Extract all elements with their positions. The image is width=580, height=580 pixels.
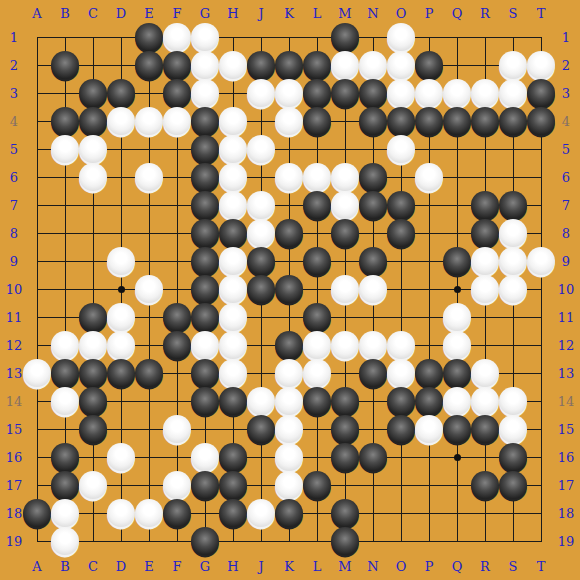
row-label-right: 19	[553, 532, 579, 551]
intersection-E19[interactable]	[135, 527, 163, 555]
white-stone-R10: ●	[471, 275, 499, 303]
intersection-K8[interactable]: ●	[275, 219, 303, 247]
col-label-bottom: D	[107, 557, 135, 576]
black-stone-L17: ●	[303, 471, 331, 499]
intersection-E13[interactable]: ●	[135, 359, 163, 387]
intersection-T5[interactable]	[527, 135, 555, 163]
black-stone-G14: ●	[191, 387, 219, 415]
col-label-top: B	[51, 4, 79, 23]
white-stone-S10: ●	[499, 275, 527, 303]
intersection-F15[interactable]: ●	[163, 415, 191, 443]
intersection-P19[interactable]	[415, 527, 443, 555]
white-stone-D16: ●	[107, 443, 135, 471]
row-label-right: 15	[553, 420, 579, 439]
row-label-right: 1	[553, 28, 579, 47]
intersection-E4[interactable]: ●	[135, 107, 163, 135]
intersection-A19[interactable]	[23, 527, 51, 555]
intersection-S5[interactable]	[499, 135, 527, 163]
col-label-bottom: S	[499, 557, 527, 576]
black-stone-D13: ●	[107, 359, 135, 387]
row-label-right: 16	[553, 448, 579, 467]
black-stone-M8: ●	[331, 219, 359, 247]
intersection-D6[interactable]	[107, 163, 135, 191]
black-stone-E2: ●	[135, 51, 163, 79]
intersection-J5[interactable]: ●	[247, 135, 275, 163]
black-stone-L4: ●	[303, 107, 331, 135]
col-label-top: N	[359, 4, 387, 23]
intersection-L4[interactable]: ●	[303, 107, 331, 135]
row-label-right: 11	[553, 308, 579, 327]
black-stone-K10: ●	[275, 275, 303, 303]
col-label-bottom: Q	[443, 557, 471, 576]
intersection-B14[interactable]: ●	[51, 387, 79, 415]
intersection-O19[interactable]	[387, 527, 415, 555]
intersection-F8[interactable]	[163, 219, 191, 247]
intersection-Q1[interactable]	[443, 23, 471, 51]
intersection-A8[interactable]	[23, 219, 51, 247]
black-stone-H14: ●	[219, 387, 247, 415]
col-label-bottom: N	[359, 557, 387, 576]
intersection-H2[interactable]: ●	[219, 51, 247, 79]
black-stone-F18: ●	[163, 499, 191, 527]
intersection-K19[interactable]	[275, 527, 303, 555]
col-label-bottom: L	[303, 557, 331, 576]
intersection-L7[interactable]: ●	[303, 191, 331, 219]
intersection-F12[interactable]: ●	[163, 331, 191, 359]
row-label-right: 12	[553, 336, 579, 355]
row-label-right: 6	[553, 168, 579, 187]
intersection-B2[interactable]: ●	[51, 51, 79, 79]
row-label-right: 2	[553, 56, 579, 75]
col-label-top: A	[23, 4, 51, 23]
intersection-P11[interactable]	[415, 303, 443, 331]
intersection-A7[interactable]	[23, 191, 51, 219]
intersection-F19[interactable]	[163, 527, 191, 555]
row-label-right: 14	[553, 392, 579, 411]
intersection-S19[interactable]	[499, 527, 527, 555]
black-stone-G19: ●	[191, 527, 219, 555]
intersection-P4[interactable]: ●	[415, 107, 443, 135]
white-stone-B19: ●	[51, 527, 79, 555]
intersection-N16[interactable]: ●	[359, 443, 387, 471]
col-label-bottom: F	[163, 557, 191, 576]
white-stone-D18: ●	[107, 499, 135, 527]
white-stone-B14: ●	[51, 387, 79, 415]
intersection-N19[interactable]	[359, 527, 387, 555]
intersection-M8[interactable]: ●	[331, 219, 359, 247]
intersection-O18[interactable]	[387, 499, 415, 527]
intersection-D4[interactable]: ●	[107, 107, 135, 135]
go-board: AA11BB22CC33DD44EE55FF66GG77HH88JJ99KK10…	[0, 0, 580, 580]
intersection-S17[interactable]: ●	[499, 471, 527, 499]
intersection-M3[interactable]: ●	[331, 79, 359, 107]
intersection-P10[interactable]	[415, 275, 443, 303]
white-stone-E10: ●	[135, 275, 163, 303]
intersection-S4[interactable]: ●	[499, 107, 527, 135]
black-stone-H18: ●	[219, 499, 247, 527]
intersection-R1[interactable]	[471, 23, 499, 51]
white-stone-M10: ●	[331, 275, 359, 303]
intersection-A11[interactable]	[23, 303, 51, 331]
intersection-K6[interactable]: ●	[275, 163, 303, 191]
intersection-F7[interactable]	[163, 191, 191, 219]
intersection-K4[interactable]: ●	[275, 107, 303, 135]
intersection-D13[interactable]: ●	[107, 359, 135, 387]
intersection-J3[interactable]: ●	[247, 79, 275, 107]
white-stone-P6: ●	[415, 163, 443, 191]
intersection-G17[interactable]: ●	[191, 471, 219, 499]
intersection-G19[interactable]: ●	[191, 527, 219, 555]
white-stone-E6: ●	[135, 163, 163, 191]
white-stone-J18: ●	[247, 499, 275, 527]
black-stone-L7: ●	[303, 191, 331, 219]
black-stone-S4: ●	[499, 107, 527, 135]
intersection-D9[interactable]: ●	[107, 247, 135, 275]
black-stone-G17: ●	[191, 471, 219, 499]
col-label-top: Q	[443, 4, 471, 23]
intersection-P16[interactable]	[415, 443, 443, 471]
intersection-B10[interactable]	[51, 275, 79, 303]
intersection-C8[interactable]	[79, 219, 107, 247]
intersection-E16[interactable]	[135, 443, 163, 471]
row-label-right: 17	[553, 476, 579, 495]
col-label-bottom: K	[275, 557, 303, 576]
black-stone-Q9: ●	[443, 247, 471, 275]
intersection-N18[interactable]	[359, 499, 387, 527]
black-stone-P4: ●	[415, 107, 443, 135]
black-stone-O15: ●	[387, 415, 415, 443]
black-stone-K18: ●	[275, 499, 303, 527]
col-label-bottom: T	[527, 557, 555, 576]
intersection-T18[interactable]	[527, 499, 555, 527]
intersection-A1[interactable]	[23, 23, 51, 51]
col-label-top: C	[79, 4, 107, 23]
intersection-R4[interactable]: ●	[471, 107, 499, 135]
black-stone-C15: ●	[79, 415, 107, 443]
intersection-O17[interactable]	[387, 471, 415, 499]
intersection-D19[interactable]	[107, 527, 135, 555]
intersection-A10[interactable]	[23, 275, 51, 303]
intersection-P9[interactable]	[415, 247, 443, 275]
col-label-top: J	[247, 4, 275, 23]
black-stone-M16: ●	[331, 443, 359, 471]
intersection-D5[interactable]	[107, 135, 135, 163]
intersection-O9[interactable]	[387, 247, 415, 275]
black-stone-Q4: ●	[443, 107, 471, 135]
intersection-J19[interactable]	[247, 527, 275, 555]
intersection-D7[interactable]	[107, 191, 135, 219]
intersection-F5[interactable]	[163, 135, 191, 163]
intersection-A14[interactable]	[23, 387, 51, 415]
intersection-P7[interactable]	[415, 191, 443, 219]
intersection-L9[interactable]: ●	[303, 247, 331, 275]
black-stone-R15: ●	[471, 415, 499, 443]
white-stone-E18: ●	[135, 499, 163, 527]
intersection-E2[interactable]: ●	[135, 51, 163, 79]
intersection-T19[interactable]	[527, 527, 555, 555]
intersection-Q9[interactable]: ●	[443, 247, 471, 275]
col-label-bottom: E	[135, 557, 163, 576]
intersection-T17[interactable]	[527, 471, 555, 499]
intersection-H19[interactable]	[219, 527, 247, 555]
intersection-P6[interactable]: ●	[415, 163, 443, 191]
intersection-N7[interactable]: ●	[359, 191, 387, 219]
intersection-A4[interactable]	[23, 107, 51, 135]
intersection-K10[interactable]: ●	[275, 275, 303, 303]
black-stone-A18: ●	[23, 499, 51, 527]
intersection-M19[interactable]: ●	[331, 527, 359, 555]
row-label-right: 8	[553, 224, 579, 243]
intersection-M16[interactable]: ●	[331, 443, 359, 471]
black-stone-N4: ●	[359, 107, 387, 135]
intersection-E11[interactable]	[135, 303, 163, 331]
intersection-G14[interactable]: ●	[191, 387, 219, 415]
intersection-N4[interactable]: ●	[359, 107, 387, 135]
intersection-T14[interactable]	[527, 387, 555, 415]
intersection-R5[interactable]	[471, 135, 499, 163]
intersection-J16[interactable]	[247, 443, 275, 471]
white-stone-H2: ●	[219, 51, 247, 79]
black-stone-R17: ●	[471, 471, 499, 499]
col-label-bottom: P	[415, 557, 443, 576]
black-stone-F12: ●	[163, 331, 191, 359]
black-stone-J10: ●	[247, 275, 275, 303]
intersection-R18[interactable]	[471, 499, 499, 527]
intersection-J12[interactable]	[247, 331, 275, 359]
white-stone-A13: ●	[23, 359, 51, 387]
black-stone-M19: ●	[331, 527, 359, 555]
intersection-N10[interactable]: ●	[359, 275, 387, 303]
intersection-A3[interactable]	[23, 79, 51, 107]
intersection-R19[interactable]	[471, 527, 499, 555]
intersection-M4[interactable]	[331, 107, 359, 135]
intersection-A15[interactable]	[23, 415, 51, 443]
intersection-A13[interactable]: ●	[23, 359, 51, 387]
row-label-right: 10	[553, 280, 579, 299]
intersection-H14[interactable]: ●	[219, 387, 247, 415]
black-stone-N16: ●	[359, 443, 387, 471]
intersection-E7[interactable]	[135, 191, 163, 219]
intersection-Q6[interactable]	[443, 163, 471, 191]
black-stone-T4: ●	[527, 107, 555, 135]
intersection-F6[interactable]	[163, 163, 191, 191]
col-label-top: P	[415, 4, 443, 23]
white-stone-D4: ●	[107, 107, 135, 135]
intersection-D18[interactable]: ●	[107, 499, 135, 527]
intersection-C17[interactable]: ●	[79, 471, 107, 499]
intersection-E6[interactable]: ●	[135, 163, 163, 191]
intersection-P8[interactable]	[415, 219, 443, 247]
intersection-R10[interactable]: ●	[471, 275, 499, 303]
intersection-R11[interactable]	[471, 303, 499, 331]
intersection-F18[interactable]: ●	[163, 499, 191, 527]
intersection-T9[interactable]: ●	[527, 247, 555, 275]
intersection-L14[interactable]: ●	[303, 387, 331, 415]
intersection-C1[interactable]	[79, 23, 107, 51]
col-label-bottom: H	[219, 557, 247, 576]
col-label-bottom: O	[387, 557, 415, 576]
intersection-Q16[interactable]	[443, 443, 471, 471]
white-stone-B5: ●	[51, 135, 79, 163]
intersection-S10[interactable]: ●	[499, 275, 527, 303]
black-stone-E13: ●	[135, 359, 163, 387]
white-stone-N10: ●	[359, 275, 387, 303]
black-stone-S17: ●	[499, 471, 527, 499]
white-stone-P15: ●	[415, 415, 443, 443]
intersection-J11[interactable]	[247, 303, 275, 331]
intersection-T11[interactable]	[527, 303, 555, 331]
intersection-Q19[interactable]	[443, 527, 471, 555]
intersection-Q7[interactable]	[443, 191, 471, 219]
intersection-D1[interactable]	[107, 23, 135, 51]
intersection-O16[interactable]	[387, 443, 415, 471]
intersection-E18[interactable]: ●	[135, 499, 163, 527]
intersection-E8[interactable]	[135, 219, 163, 247]
intersection-T12[interactable]	[527, 331, 555, 359]
row-label-right: 5	[553, 140, 579, 159]
row-label-right: 4	[553, 112, 579, 131]
intersection-O5[interactable]: ●	[387, 135, 415, 163]
black-stone-J15: ●	[247, 415, 275, 443]
intersection-L18[interactable]	[303, 499, 331, 527]
row-label-right: 9	[553, 252, 579, 271]
intersection-C15[interactable]: ●	[79, 415, 107, 443]
intersection-S11[interactable]	[499, 303, 527, 331]
intersection-Q15[interactable]: ●	[443, 415, 471, 443]
intersection-M12[interactable]: ●	[331, 331, 359, 359]
intersection-P15[interactable]: ●	[415, 415, 443, 443]
black-stone-L9: ●	[303, 247, 331, 275]
intersection-Q4[interactable]: ●	[443, 107, 471, 135]
intersection-S12[interactable]	[499, 331, 527, 359]
intersection-H18[interactable]: ●	[219, 499, 247, 527]
intersection-B5[interactable]: ●	[51, 135, 79, 163]
intersection-C19[interactable]	[79, 527, 107, 555]
intersection-M10[interactable]: ●	[331, 275, 359, 303]
intersection-J15[interactable]: ●	[247, 415, 275, 443]
intersection-O8[interactable]: ●	[387, 219, 415, 247]
black-stone-B2: ●	[51, 51, 79, 79]
intersection-T13[interactable]	[527, 359, 555, 387]
intersection-A9[interactable]	[23, 247, 51, 275]
intersection-O10[interactable]	[387, 275, 415, 303]
intersection-Q17[interactable]	[443, 471, 471, 499]
intersection-L15[interactable]	[303, 415, 331, 443]
intersection-T15[interactable]	[527, 415, 555, 443]
intersection-D14[interactable]	[107, 387, 135, 415]
intersection-B8[interactable]	[51, 219, 79, 247]
intersection-Q18[interactable]	[443, 499, 471, 527]
intersection-T10[interactable]	[527, 275, 555, 303]
intersection-F13[interactable]	[163, 359, 191, 387]
intersection-S18[interactable]	[499, 499, 527, 527]
white-stone-M12: ●	[331, 331, 359, 359]
white-stone-F4: ●	[163, 107, 191, 135]
black-stone-M3: ●	[331, 79, 359, 107]
intersection-J10[interactable]: ●	[247, 275, 275, 303]
intersection-A6[interactable]	[23, 163, 51, 191]
black-stone-K8: ●	[275, 219, 303, 247]
white-stone-D9: ●	[107, 247, 135, 275]
col-label-bottom: J	[247, 557, 275, 576]
black-stone-N13: ●	[359, 359, 387, 387]
intersection-N14[interactable]	[359, 387, 387, 415]
intersection-E14[interactable]	[135, 387, 163, 415]
intersection-T7[interactable]	[527, 191, 555, 219]
white-stone-T9: ●	[527, 247, 555, 275]
col-label-top: S	[499, 4, 527, 23]
white-stone-F15: ●	[163, 415, 191, 443]
intersection-P18[interactable]	[415, 499, 443, 527]
intersection-R17[interactable]: ●	[471, 471, 499, 499]
white-stone-J3: ●	[247, 79, 275, 107]
intersection-Q5[interactable]	[443, 135, 471, 163]
intersection-C6[interactable]: ●	[79, 163, 107, 191]
intersection-N17[interactable]	[359, 471, 387, 499]
col-label-bottom: C	[79, 557, 107, 576]
row-label-right: 7	[553, 196, 579, 215]
intersection-C18[interactable]	[79, 499, 107, 527]
white-stone-E4: ●	[135, 107, 163, 135]
black-stone-L14: ●	[303, 387, 331, 415]
intersection-L19[interactable]	[303, 527, 331, 555]
col-label-top: R	[471, 4, 499, 23]
black-stone-Q15: ●	[443, 415, 471, 443]
row-label-right: 13	[553, 364, 579, 383]
intersection-L17[interactable]: ●	[303, 471, 331, 499]
white-stone-K4: ●	[275, 107, 303, 135]
intersection-R15[interactable]: ●	[471, 415, 499, 443]
row-label-right: 3	[553, 84, 579, 103]
intersection-D16[interactable]: ●	[107, 443, 135, 471]
intersection-B7[interactable]	[51, 191, 79, 219]
intersection-B9[interactable]	[51, 247, 79, 275]
intersection-A5[interactable]	[23, 135, 51, 163]
black-stone-R4: ●	[471, 107, 499, 135]
intersection-E10[interactable]: ●	[135, 275, 163, 303]
intersection-B6[interactable]	[51, 163, 79, 191]
intersection-T4[interactable]: ●	[527, 107, 555, 135]
intersection-J18[interactable]: ●	[247, 499, 275, 527]
col-label-bottom: R	[471, 557, 499, 576]
intersection-O15[interactable]: ●	[387, 415, 415, 443]
col-label-top: K	[275, 4, 303, 23]
intersection-C9[interactable]	[79, 247, 107, 275]
intersection-F9[interactable]	[163, 247, 191, 275]
intersection-A2[interactable]	[23, 51, 51, 79]
intersection-C7[interactable]	[79, 191, 107, 219]
row-label-right: 18	[553, 504, 579, 523]
intersection-N13[interactable]: ●	[359, 359, 387, 387]
white-stone-J5: ●	[247, 135, 275, 163]
col-label-top: D	[107, 4, 135, 23]
intersection-A18[interactable]: ●	[23, 499, 51, 527]
col-label-top: H	[219, 4, 247, 23]
col-label-top: T	[527, 4, 555, 23]
intersection-A16[interactable]	[23, 443, 51, 471]
white-stone-C6: ●	[79, 163, 107, 191]
intersection-K18[interactable]: ●	[275, 499, 303, 527]
intersection-T6[interactable]	[527, 163, 555, 191]
intersection-B19[interactable]: ●	[51, 527, 79, 555]
black-stone-N7: ●	[359, 191, 387, 219]
intersection-F4[interactable]: ●	[163, 107, 191, 135]
white-stone-C17: ●	[79, 471, 107, 499]
intersection-P17[interactable]	[415, 471, 443, 499]
intersection-T16[interactable]	[527, 443, 555, 471]
col-label-bottom: A	[23, 557, 51, 576]
intersection-E15[interactable]	[135, 415, 163, 443]
